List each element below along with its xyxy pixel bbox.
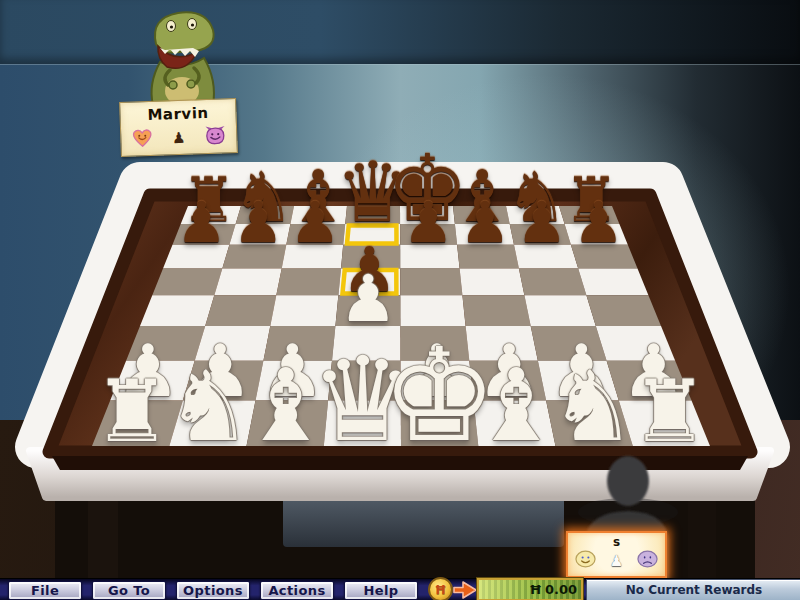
piece-black-pawn-h7[interactable]: ♟ (573, 194, 624, 251)
piece-white-rook-h1[interactable]: ♜ (631, 368, 708, 454)
piece-black-pawn-c7[interactable]: ♟ (290, 194, 341, 251)
table-leg-right (688, 500, 716, 585)
piece-white-rook-a1[interactable]: ♜ (94, 368, 171, 454)
square-g5[interactable] (519, 268, 587, 295)
piece-black-pawn-f7[interactable]: ♟ (460, 194, 511, 251)
game-scene: ♜♞♝♛♚♝♞♜♟♟♟♟♟♟♟♟♟♟♟♟♟♟♟♟♜♞♝♛♚♝♞♜ Marvin (0, 0, 800, 600)
piece-black-pawn-g7[interactable]: ♟ (516, 194, 567, 251)
happy-face-icon[interactable] (575, 550, 596, 572)
piece-black-pawn-e7[interactable]: ♟ (403, 194, 454, 251)
square-g4[interactable] (524, 295, 595, 326)
table-leg-left (88, 500, 118, 585)
player-nameplate: s ♟ (566, 531, 667, 578)
menu-button-options[interactable]: Options (176, 581, 250, 600)
piece-white-bishop-f1[interactable]: ♝ (471, 356, 560, 456)
square-f5[interactable] (460, 268, 525, 295)
square-a4[interactable] (140, 295, 214, 326)
money-display: Ħ0.00 (477, 578, 583, 600)
black-pawn-icon: ♟ (172, 130, 186, 145)
arrow-right-icon (452, 580, 478, 600)
square-a5[interactable] (152, 268, 222, 295)
square-c5[interactable] (276, 268, 341, 295)
square-c4[interactable] (270, 295, 338, 326)
opponent-avatar-dinosaur-icon (126, 6, 238, 106)
menu-button-file[interactable]: File (8, 581, 82, 600)
bottom-bar: FileGo ToOptionsActionsHelp Ħ Ħ0.00 No C… (0, 578, 800, 600)
money-value: 0.00 (545, 582, 577, 597)
square-h5[interactable] (578, 268, 648, 295)
opponent-nameplate: Marvin ♟ (119, 98, 238, 157)
coin-icon: Ħ (428, 577, 453, 600)
table-drawer (283, 497, 564, 547)
menu-button-actions[interactable]: Actions (260, 581, 334, 600)
square-b5[interactable] (214, 268, 281, 295)
sad-face-icon[interactable] (637, 550, 658, 572)
coin-currency-symbol: Ħ (435, 583, 447, 597)
player-name: s (568, 535, 665, 549)
menu-bar: FileGo ToOptionsActionsHelp (0, 579, 424, 600)
table-and-board (0, 0, 800, 600)
square-e5[interactable] (400, 268, 462, 295)
menu-button-go-to[interactable]: Go To (92, 581, 166, 600)
piece-white-knight-b1[interactable]: ♞ (166, 358, 253, 455)
square-h4[interactable] (586, 295, 661, 326)
heart-smiley-icon[interactable] (130, 127, 155, 152)
currency-symbol: Ħ (529, 582, 542, 597)
piece-black-pawn-a7[interactable]: ♟ (176, 194, 227, 251)
piece-black-pawn-b7[interactable]: ♟ (233, 194, 284, 251)
square-b4[interactable] (205, 295, 276, 326)
rewards-banner: No Current Rewards (586, 579, 800, 600)
piece-white-knight-g1[interactable]: ♞ (550, 358, 637, 455)
white-pawn-icon: ♟ (610, 554, 623, 569)
menu-button-help[interactable]: Help (344, 581, 418, 600)
devil-smiley-icon[interactable] (203, 124, 228, 149)
